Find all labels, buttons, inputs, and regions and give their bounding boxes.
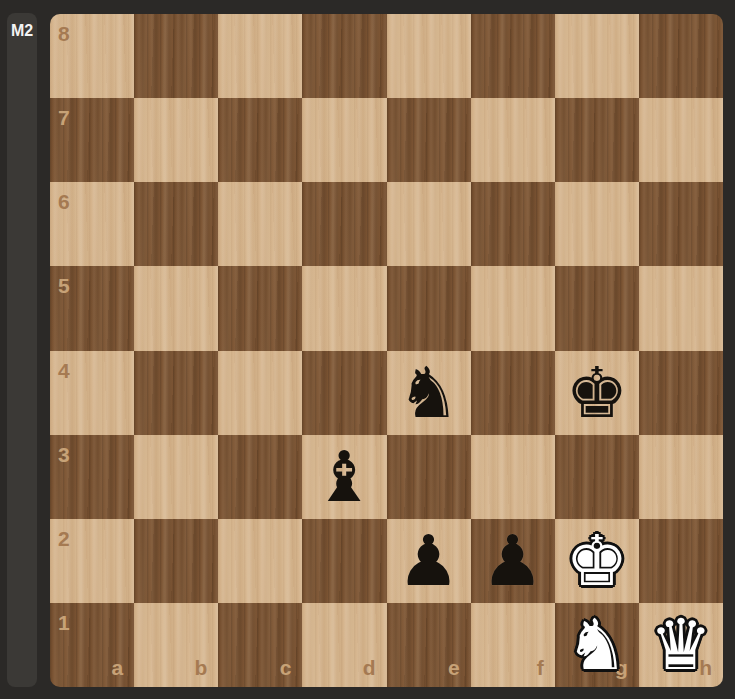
- square-d2[interactable]: [302, 519, 386, 603]
- square-c4[interactable]: [218, 351, 302, 435]
- square-g3[interactable]: [555, 435, 639, 519]
- square-e8[interactable]: [387, 14, 471, 98]
- square-g4[interactable]: ♚: [555, 351, 639, 435]
- square-c6[interactable]: [218, 182, 302, 266]
- square-d6[interactable]: [302, 182, 386, 266]
- square-c1[interactable]: c: [218, 603, 302, 687]
- rank-label-3: 3: [58, 444, 70, 465]
- rank-label-4: 4: [58, 360, 70, 381]
- square-e7[interactable]: [387, 98, 471, 182]
- square-e3[interactable]: [387, 435, 471, 519]
- square-h3[interactable]: [639, 435, 723, 519]
- square-d8[interactable]: [302, 14, 386, 98]
- piece-black-knight[interactable]: ♞: [387, 351, 471, 435]
- file-label-f: f: [537, 657, 544, 678]
- file-label-c: c: [280, 657, 292, 678]
- square-f3[interactable]: [471, 435, 555, 519]
- square-a3[interactable]: 3: [50, 435, 134, 519]
- rank-label-5: 5: [58, 275, 70, 296]
- piece-black-pawn[interactable]: ♟: [471, 519, 555, 603]
- square-a2[interactable]: 2: [50, 519, 134, 603]
- square-b2[interactable]: [134, 519, 218, 603]
- square-g5[interactable]: [555, 266, 639, 350]
- square-h1[interactable]: h♛: [639, 603, 723, 687]
- piece-white-queen[interactable]: ♛: [639, 603, 723, 687]
- chess-board: 87654♞♚3♝2♟♟♚1abcdefg♞h♛: [50, 14, 723, 687]
- mate-indicator-chip: M2: [7, 13, 37, 687]
- square-g2[interactable]: ♚: [555, 519, 639, 603]
- square-a6[interactable]: 6: [50, 182, 134, 266]
- square-f2[interactable]: ♟: [471, 519, 555, 603]
- rank-label-7: 7: [58, 107, 70, 128]
- square-h7[interactable]: [639, 98, 723, 182]
- file-label-a: a: [111, 657, 123, 678]
- square-h5[interactable]: [639, 266, 723, 350]
- square-g1[interactable]: g♞: [555, 603, 639, 687]
- square-e2[interactable]: ♟: [387, 519, 471, 603]
- file-label-e: e: [448, 657, 460, 678]
- square-f1[interactable]: f: [471, 603, 555, 687]
- square-a5[interactable]: 5: [50, 266, 134, 350]
- square-b5[interactable]: [134, 266, 218, 350]
- rank-label-2: 2: [58, 528, 70, 549]
- rank-label-1: 1: [58, 612, 70, 633]
- square-b6[interactable]: [134, 182, 218, 266]
- piece-white-king[interactable]: ♚: [555, 519, 639, 603]
- square-f6[interactable]: [471, 182, 555, 266]
- square-f5[interactable]: [471, 266, 555, 350]
- square-c3[interactable]: [218, 435, 302, 519]
- square-a7[interactable]: 7: [50, 98, 134, 182]
- square-h2[interactable]: [639, 519, 723, 603]
- file-label-b: b: [194, 657, 207, 678]
- square-a4[interactable]: 4: [50, 351, 134, 435]
- square-f4[interactable]: [471, 351, 555, 435]
- square-f8[interactable]: [471, 14, 555, 98]
- square-b1[interactable]: b: [134, 603, 218, 687]
- piece-black-bishop[interactable]: ♝: [302, 435, 386, 519]
- square-h4[interactable]: [639, 351, 723, 435]
- square-c7[interactable]: [218, 98, 302, 182]
- square-h8[interactable]: [639, 14, 723, 98]
- piece-black-pawn[interactable]: ♟: [387, 519, 471, 603]
- square-c8[interactable]: [218, 14, 302, 98]
- square-e4[interactable]: ♞: [387, 351, 471, 435]
- square-f7[interactable]: [471, 98, 555, 182]
- rank-label-6: 6: [58, 191, 70, 212]
- square-d1[interactable]: d: [302, 603, 386, 687]
- square-d5[interactable]: [302, 266, 386, 350]
- square-d4[interactable]: [302, 351, 386, 435]
- square-a1[interactable]: 1a: [50, 603, 134, 687]
- square-e5[interactable]: [387, 266, 471, 350]
- square-h6[interactable]: [639, 182, 723, 266]
- file-label-d: d: [363, 657, 376, 678]
- square-c5[interactable]: [218, 266, 302, 350]
- rank-label-8: 8: [58, 23, 70, 44]
- square-a8[interactable]: 8: [50, 14, 134, 98]
- square-g6[interactable]: [555, 182, 639, 266]
- piece-white-knight[interactable]: ♞: [555, 603, 639, 687]
- mate-indicator-label: M2: [11, 22, 33, 40]
- square-d7[interactable]: [302, 98, 386, 182]
- square-d3[interactable]: ♝: [302, 435, 386, 519]
- square-b7[interactable]: [134, 98, 218, 182]
- square-g7[interactable]: [555, 98, 639, 182]
- square-b8[interactable]: [134, 14, 218, 98]
- square-b3[interactable]: [134, 435, 218, 519]
- piece-black-king[interactable]: ♚: [555, 351, 639, 435]
- square-b4[interactable]: [134, 351, 218, 435]
- square-c2[interactable]: [218, 519, 302, 603]
- square-e6[interactable]: [387, 182, 471, 266]
- square-g8[interactable]: [555, 14, 639, 98]
- square-e1[interactable]: e: [387, 603, 471, 687]
